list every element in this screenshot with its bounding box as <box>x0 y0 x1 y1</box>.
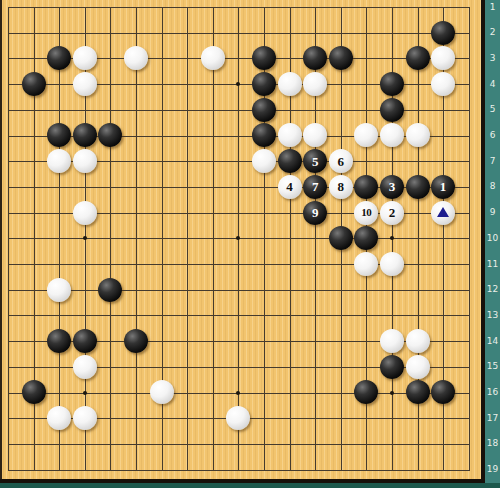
intersection-13-2[interactable] <box>302 20 328 46</box>
intersection-6-15[interactable] <box>123 354 149 380</box>
intersection-3-13[interactable] <box>46 302 72 328</box>
intersection-18-12[interactable] <box>430 277 456 303</box>
intersection-1-4[interactable] <box>0 71 21 97</box>
intersection-18-15[interactable] <box>430 354 456 380</box>
intersection-17-2[interactable] <box>405 20 431 46</box>
intersection-11-4[interactable] <box>251 71 277 97</box>
intersection-9-5[interactable] <box>200 97 226 123</box>
intersection-18-1[interactable] <box>430 0 456 20</box>
intersection-10-10[interactable] <box>226 225 252 251</box>
intersection-18-5[interactable] <box>430 97 456 123</box>
intersection-7-8[interactable] <box>149 174 175 200</box>
intersection-16-16[interactable] <box>379 379 405 405</box>
intersection-4-18[interactable] <box>72 431 98 457</box>
intersection-9-15[interactable] <box>200 354 226 380</box>
intersection-13-12[interactable] <box>302 277 328 303</box>
intersection-6-7[interactable] <box>123 148 149 174</box>
intersection-19-6[interactable] <box>456 123 482 149</box>
intersection-3-5[interactable] <box>46 97 72 123</box>
intersection-5-13[interactable] <box>98 302 124 328</box>
intersection-6-9[interactable] <box>123 200 149 226</box>
intersection-2-5[interactable] <box>21 97 47 123</box>
intersection-6-5[interactable] <box>123 97 149 123</box>
intersection-13-9[interactable]: 9 <box>302 200 328 226</box>
intersection-12-7[interactable] <box>277 148 303 174</box>
intersection-7-6[interactable] <box>149 123 175 149</box>
intersection-3-4[interactable] <box>46 71 72 97</box>
intersection-2-6[interactable] <box>21 123 47 149</box>
intersection-18-2[interactable] <box>430 20 456 46</box>
intersection-1-7[interactable] <box>0 148 21 174</box>
intersection-11-6[interactable] <box>251 123 277 149</box>
intersection-8-10[interactable] <box>174 225 200 251</box>
intersection-17-8[interactable] <box>405 174 431 200</box>
intersection-18-7[interactable] <box>430 148 456 174</box>
intersection-14-16[interactable] <box>328 379 354 405</box>
intersection-14-18[interactable] <box>328 431 354 457</box>
intersection-7-9[interactable] <box>149 200 175 226</box>
intersection-13-4[interactable] <box>302 71 328 97</box>
intersection-12-1[interactable] <box>277 0 303 20</box>
intersection-10-16[interactable] <box>226 379 252 405</box>
intersection-8-17[interactable] <box>174 405 200 431</box>
intersection-19-2[interactable] <box>456 20 482 46</box>
intersection-9-3[interactable] <box>200 46 226 72</box>
intersection-11-12[interactable] <box>251 277 277 303</box>
intersection-11-17[interactable] <box>251 405 277 431</box>
intersection-4-15[interactable] <box>72 354 98 380</box>
intersection-8-14[interactable] <box>174 328 200 354</box>
intersection-18-18[interactable] <box>430 431 456 457</box>
intersection-17-10[interactable] <box>405 225 431 251</box>
intersection-10-17[interactable] <box>226 405 252 431</box>
intersection-15-2[interactable] <box>354 20 380 46</box>
intersection-12-6[interactable] <box>277 123 303 149</box>
intersection-4-17[interactable] <box>72 405 98 431</box>
intersection-5-7[interactable] <box>98 148 124 174</box>
intersection-17-13[interactable] <box>405 302 431 328</box>
intersection-15-15[interactable] <box>354 354 380 380</box>
intersection-4-3[interactable] <box>72 46 98 72</box>
intersection-13-6[interactable] <box>302 123 328 149</box>
intersection-12-13[interactable] <box>277 302 303 328</box>
intersection-13-8[interactable]: 7 <box>302 174 328 200</box>
intersection-2-7[interactable] <box>21 148 47 174</box>
intersection-2-17[interactable] <box>21 405 47 431</box>
intersection-16-3[interactable] <box>379 46 405 72</box>
intersection-6-11[interactable] <box>123 251 149 277</box>
intersection-18-16[interactable] <box>430 379 456 405</box>
intersection-5-17[interactable] <box>98 405 124 431</box>
intersection-6-4[interactable] <box>123 71 149 97</box>
intersection-14-5[interactable] <box>328 97 354 123</box>
intersection-17-1[interactable] <box>405 0 431 20</box>
intersection-15-13[interactable] <box>354 302 380 328</box>
intersection-5-8[interactable] <box>98 174 124 200</box>
intersection-1-18[interactable] <box>0 431 21 457</box>
intersection-10-13[interactable] <box>226 302 252 328</box>
intersection-9-2[interactable] <box>200 20 226 46</box>
intersection-6-13[interactable] <box>123 302 149 328</box>
intersection-2-1[interactable] <box>21 0 47 20</box>
intersection-8-15[interactable] <box>174 354 200 380</box>
intersection-1-9[interactable] <box>0 200 21 226</box>
intersection-10-1[interactable] <box>226 0 252 20</box>
intersection-17-17[interactable] <box>405 405 431 431</box>
intersection-19-16[interactable] <box>456 379 482 405</box>
intersection-14-4[interactable] <box>328 71 354 97</box>
intersection-7-14[interactable] <box>149 328 175 354</box>
intersection-2-2[interactable] <box>21 20 47 46</box>
intersection-18-8[interactable]: 1 <box>430 174 456 200</box>
intersection-3-11[interactable] <box>46 251 72 277</box>
intersection-16-13[interactable] <box>379 302 405 328</box>
intersection-14-14[interactable] <box>328 328 354 354</box>
intersection-1-11[interactable] <box>0 251 21 277</box>
intersection-18-10[interactable] <box>430 225 456 251</box>
intersection-15-16[interactable] <box>354 379 380 405</box>
intersection-7-13[interactable] <box>149 302 175 328</box>
intersection-14-6[interactable] <box>328 123 354 149</box>
intersection-11-15[interactable] <box>251 354 277 380</box>
intersection-1-10[interactable] <box>0 225 21 251</box>
intersection-19-1[interactable] <box>456 0 482 20</box>
intersection-19-14[interactable] <box>456 328 482 354</box>
intersection-11-13[interactable] <box>251 302 277 328</box>
intersection-19-11[interactable] <box>456 251 482 277</box>
intersection-18-3[interactable] <box>430 46 456 72</box>
intersection-5-6[interactable] <box>98 123 124 149</box>
intersection-1-12[interactable] <box>0 277 21 303</box>
intersection-17-4[interactable] <box>405 71 431 97</box>
intersection-13-11[interactable] <box>302 251 328 277</box>
intersection-10-8[interactable] <box>226 174 252 200</box>
intersection-16-7[interactable] <box>379 148 405 174</box>
intersection-12-9[interactable] <box>277 200 303 226</box>
intersection-7-3[interactable] <box>149 46 175 72</box>
intersection-3-18[interactable] <box>46 431 72 457</box>
intersection-16-15[interactable] <box>379 354 405 380</box>
intersection-15-14[interactable] <box>354 328 380 354</box>
intersection-15-18[interactable] <box>354 431 380 457</box>
intersection-17-16[interactable] <box>405 379 431 405</box>
intersection-19-15[interactable] <box>456 354 482 380</box>
intersection-11-9[interactable] <box>251 200 277 226</box>
intersection-16-6[interactable] <box>379 123 405 149</box>
intersection-16-18[interactable] <box>379 431 405 457</box>
intersection-1-14[interactable] <box>0 328 21 354</box>
intersection-11-16[interactable] <box>251 379 277 405</box>
intersection-8-4[interactable] <box>174 71 200 97</box>
intersection-18-4[interactable] <box>430 71 456 97</box>
intersection-17-5[interactable] <box>405 97 431 123</box>
intersection-12-16[interactable] <box>277 379 303 405</box>
intersection-3-14[interactable] <box>46 328 72 354</box>
intersection-17-7[interactable] <box>405 148 431 174</box>
intersection-8-13[interactable] <box>174 302 200 328</box>
intersection-7-5[interactable] <box>149 97 175 123</box>
intersection-12-10[interactable] <box>277 225 303 251</box>
intersection-18-14[interactable] <box>430 328 456 354</box>
intersection-12-17[interactable] <box>277 405 303 431</box>
intersection-9-11[interactable] <box>200 251 226 277</box>
intersection-19-12[interactable] <box>456 277 482 303</box>
intersection-14-13[interactable] <box>328 302 354 328</box>
intersection-8-18[interactable] <box>174 431 200 457</box>
intersection-18-9[interactable] <box>430 200 456 226</box>
intersection-19-7[interactable] <box>456 148 482 174</box>
intersection-5-3[interactable] <box>98 46 124 72</box>
intersection-5-18[interactable] <box>98 431 124 457</box>
intersection-3-17[interactable] <box>46 405 72 431</box>
intersection-2-15[interactable] <box>21 354 47 380</box>
intersection-4-7[interactable] <box>72 148 98 174</box>
intersection-4-6[interactable] <box>72 123 98 149</box>
intersection-9-12[interactable] <box>200 277 226 303</box>
intersection-12-18[interactable] <box>277 431 303 457</box>
intersection-15-3[interactable] <box>354 46 380 72</box>
intersection-19-3[interactable] <box>456 46 482 72</box>
intersection-2-14[interactable] <box>21 328 47 354</box>
intersection-11-10[interactable] <box>251 225 277 251</box>
intersection-11-7[interactable] <box>251 148 277 174</box>
intersection-17-14[interactable] <box>405 328 431 354</box>
intersection-3-10[interactable] <box>46 225 72 251</box>
intersection-7-7[interactable] <box>149 148 175 174</box>
intersection-3-8[interactable] <box>46 174 72 200</box>
intersection-3-2[interactable] <box>46 20 72 46</box>
intersection-9-4[interactable] <box>200 71 226 97</box>
intersection-3-1[interactable] <box>46 0 72 20</box>
intersection-15-7[interactable] <box>354 148 380 174</box>
intersection-8-12[interactable] <box>174 277 200 303</box>
intersection-5-4[interactable] <box>98 71 124 97</box>
intersection-12-4[interactable] <box>277 71 303 97</box>
intersection-10-3[interactable] <box>226 46 252 72</box>
intersection-5-5[interactable] <box>98 97 124 123</box>
intersection-10-2[interactable] <box>226 20 252 46</box>
intersection-6-8[interactable] <box>123 174 149 200</box>
intersection-16-1[interactable] <box>379 0 405 20</box>
intersection-11-5[interactable] <box>251 97 277 123</box>
intersection-13-15[interactable] <box>302 354 328 380</box>
intersection-17-15[interactable] <box>405 354 431 380</box>
intersection-7-1[interactable] <box>149 0 175 20</box>
intersection-2-16[interactable] <box>21 379 47 405</box>
intersection-15-4[interactable] <box>354 71 380 97</box>
intersection-4-13[interactable] <box>72 302 98 328</box>
intersection-8-1[interactable] <box>174 0 200 20</box>
intersection-4-4[interactable] <box>72 71 98 97</box>
intersection-10-11[interactable] <box>226 251 252 277</box>
intersection-17-12[interactable] <box>405 277 431 303</box>
intersection-4-8[interactable] <box>72 174 98 200</box>
intersection-13-16[interactable] <box>302 379 328 405</box>
intersection-12-11[interactable] <box>277 251 303 277</box>
intersection-10-6[interactable] <box>226 123 252 149</box>
intersection-5-10[interactable] <box>98 225 124 251</box>
intersection-3-7[interactable] <box>46 148 72 174</box>
intersection-11-1[interactable] <box>251 0 277 20</box>
intersection-6-16[interactable] <box>123 379 149 405</box>
intersection-17-18[interactable] <box>405 431 431 457</box>
intersection-14-3[interactable] <box>328 46 354 72</box>
intersection-17-9[interactable] <box>405 200 431 226</box>
intersection-1-17[interactable] <box>0 405 21 431</box>
intersection-2-12[interactable] <box>21 277 47 303</box>
intersection-2-13[interactable] <box>21 302 47 328</box>
intersection-13-5[interactable] <box>302 97 328 123</box>
intersection-14-7[interactable]: 6 <box>328 148 354 174</box>
intersection-16-9[interactable]: 2 <box>379 200 405 226</box>
intersection-6-12[interactable] <box>123 277 149 303</box>
intersection-13-1[interactable] <box>302 0 328 20</box>
intersection-19-5[interactable] <box>456 97 482 123</box>
intersection-10-15[interactable] <box>226 354 252 380</box>
intersection-10-12[interactable] <box>226 277 252 303</box>
intersection-19-9[interactable] <box>456 200 482 226</box>
intersection-13-3[interactable] <box>302 46 328 72</box>
intersection-13-7[interactable]: 5 <box>302 148 328 174</box>
intersection-7-17[interactable] <box>149 405 175 431</box>
intersection-12-8[interactable]: 4 <box>277 174 303 200</box>
intersection-3-6[interactable] <box>46 123 72 149</box>
intersection-15-17[interactable] <box>354 405 380 431</box>
intersection-16-12[interactable] <box>379 277 405 303</box>
intersection-12-2[interactable] <box>277 20 303 46</box>
intersection-3-9[interactable] <box>46 200 72 226</box>
intersection-14-2[interactable] <box>328 20 354 46</box>
intersection-10-5[interactable] <box>226 97 252 123</box>
intersection-14-1[interactable] <box>328 0 354 20</box>
intersection-16-2[interactable] <box>379 20 405 46</box>
intersection-3-12[interactable] <box>46 277 72 303</box>
intersection-10-9[interactable] <box>226 200 252 226</box>
intersection-1-5[interactable] <box>0 97 21 123</box>
intersection-9-17[interactable] <box>200 405 226 431</box>
intersection-9-16[interactable] <box>200 379 226 405</box>
intersection-16-5[interactable] <box>379 97 405 123</box>
intersection-15-11[interactable] <box>354 251 380 277</box>
intersection-7-10[interactable] <box>149 225 175 251</box>
intersection-15-9[interactable]: 10 <box>354 200 380 226</box>
intersection-7-2[interactable] <box>149 20 175 46</box>
intersection-8-2[interactable] <box>174 20 200 46</box>
intersection-11-3[interactable] <box>251 46 277 72</box>
intersection-4-1[interactable] <box>72 0 98 20</box>
intersection-18-11[interactable] <box>430 251 456 277</box>
intersection-12-15[interactable] <box>277 354 303 380</box>
intersection-9-7[interactable] <box>200 148 226 174</box>
intersection-6-2[interactable] <box>123 20 149 46</box>
intersection-18-6[interactable] <box>430 123 456 149</box>
intersection-6-6[interactable] <box>123 123 149 149</box>
intersection-10-14[interactable] <box>226 328 252 354</box>
intersection-5-2[interactable] <box>98 20 124 46</box>
intersection-13-14[interactable] <box>302 328 328 354</box>
intersection-16-11[interactable] <box>379 251 405 277</box>
intersection-14-11[interactable] <box>328 251 354 277</box>
intersection-10-7[interactable] <box>226 148 252 174</box>
intersection-6-14[interactable] <box>123 328 149 354</box>
intersection-19-13[interactable] <box>456 302 482 328</box>
intersection-17-3[interactable] <box>405 46 431 72</box>
intersection-4-10[interactable] <box>72 225 98 251</box>
intersection-13-10[interactable] <box>302 225 328 251</box>
intersection-5-12[interactable] <box>98 277 124 303</box>
intersection-8-9[interactable] <box>174 200 200 226</box>
intersection-9-14[interactable] <box>200 328 226 354</box>
intersection-15-8[interactable] <box>354 174 380 200</box>
intersection-16-14[interactable] <box>379 328 405 354</box>
intersection-2-18[interactable] <box>21 431 47 457</box>
intersection-1-13[interactable] <box>0 302 21 328</box>
intersection-6-10[interactable] <box>123 225 149 251</box>
intersection-14-9[interactable] <box>328 200 354 226</box>
intersection-2-3[interactable] <box>21 46 47 72</box>
intersection-8-5[interactable] <box>174 97 200 123</box>
intersection-2-4[interactable] <box>21 71 47 97</box>
intersection-11-14[interactable] <box>251 328 277 354</box>
intersection-16-10[interactable] <box>379 225 405 251</box>
intersection-9-6[interactable] <box>200 123 226 149</box>
intersection-13-17[interactable] <box>302 405 328 431</box>
intersection-4-5[interactable] <box>72 97 98 123</box>
intersection-5-16[interactable] <box>98 379 124 405</box>
intersection-14-12[interactable] <box>328 277 354 303</box>
intersection-18-13[interactable] <box>430 302 456 328</box>
intersection-13-18[interactable] <box>302 431 328 457</box>
intersection-2-10[interactable] <box>21 225 47 251</box>
intersection-19-4[interactable] <box>456 71 482 97</box>
intersection-15-12[interactable] <box>354 277 380 303</box>
intersection-10-4[interactable] <box>226 71 252 97</box>
intersection-7-18[interactable] <box>149 431 175 457</box>
intersection-9-8[interactable] <box>200 174 226 200</box>
intersection-2-9[interactable] <box>21 200 47 226</box>
intersection-3-15[interactable] <box>46 354 72 380</box>
intersection-9-13[interactable] <box>200 302 226 328</box>
intersection-17-11[interactable] <box>405 251 431 277</box>
intersection-9-10[interactable] <box>200 225 226 251</box>
intersection-9-9[interactable] <box>200 200 226 226</box>
intersection-10-18[interactable] <box>226 431 252 457</box>
intersection-17-6[interactable] <box>405 123 431 149</box>
go-board[interactable]: 56478319102 <box>0 0 481 482</box>
intersection-1-1[interactable] <box>0 0 21 20</box>
intersection-12-12[interactable] <box>277 277 303 303</box>
intersection-19-10[interactable] <box>456 225 482 251</box>
intersection-3-16[interactable] <box>46 379 72 405</box>
intersection-1-6[interactable] <box>0 123 21 149</box>
intersection-7-11[interactable] <box>149 251 175 277</box>
intersection-2-8[interactable] <box>21 174 47 200</box>
intersection-4-16[interactable] <box>72 379 98 405</box>
intersection-7-4[interactable] <box>149 71 175 97</box>
intersection-11-2[interactable] <box>251 20 277 46</box>
intersection-19-8[interactable] <box>456 174 482 200</box>
intersection-12-14[interactable] <box>277 328 303 354</box>
intersection-4-11[interactable] <box>72 251 98 277</box>
intersection-5-1[interactable] <box>98 0 124 20</box>
intersection-11-11[interactable] <box>251 251 277 277</box>
intersection-11-8[interactable] <box>251 174 277 200</box>
intersection-1-16[interactable] <box>0 379 21 405</box>
intersection-6-1[interactable] <box>123 0 149 20</box>
intersection-19-17[interactable] <box>456 405 482 431</box>
intersection-8-3[interactable] <box>174 46 200 72</box>
intersection-14-17[interactable] <box>328 405 354 431</box>
